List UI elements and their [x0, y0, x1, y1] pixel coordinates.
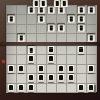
shogi-piece-pawn[interactable]	[88, 34, 95, 41]
shogi-piece-knight[interactable]	[18, 84, 25, 92]
piece-kanji-glyph	[49, 26, 52, 31]
piece-kanji-glyph	[59, 26, 62, 31]
piece-kanji-glyph	[29, 85, 32, 90]
piece-kanji-glyph	[39, 7, 42, 12]
shogi-piece-gold[interactable]	[48, 74, 55, 82]
piece-kanji-glyph	[19, 66, 22, 71]
shogi-piece-silver[interactable]	[38, 74, 45, 82]
shogi-piece-bishop[interactable]	[48, 46, 55, 54]
shogi-piece-lance[interactable]	[88, 6, 95, 13]
shogi-piece-lance[interactable]	[8, 84, 15, 92]
shogi-piece-pawn[interactable]	[18, 34, 25, 41]
piece-kanji-glyph	[79, 7, 82, 12]
shogi-piece-rook[interactable]	[68, 15, 75, 22]
shogi-piece-rook[interactable]	[28, 84, 35, 92]
shogi-piece-silver[interactable]	[78, 84, 85, 92]
piece-kanji-glyph	[79, 85, 82, 90]
shogi-piece-pawn[interactable]	[18, 65, 25, 73]
piece-kanji-glyph	[39, 16, 42, 21]
shogi-piece-pawn[interactable]	[28, 46, 35, 54]
shogi-piece-pawn[interactable]	[38, 65, 45, 73]
piece-kanji-glyph	[29, 75, 32, 80]
grid-file-line	[96, 5, 97, 92]
piece-kanji-glyph	[39, 66, 42, 71]
piece-kanji-glyph	[9, 85, 12, 90]
piece-kanji-glyph	[9, 16, 12, 21]
piece-kanji-glyph	[59, 66, 62, 71]
piece-kanji-glyph	[39, 75, 42, 80]
piece-kanji-glyph	[29, 48, 32, 53]
piece-kanji-glyph	[41, 1, 44, 6]
shogi-piece-gold[interactable]	[78, 6, 85, 13]
shogi-piece-knight[interactable]	[78, 15, 85, 22]
piece-kanji-glyph	[49, 7, 52, 12]
piece-kanji-glyph	[89, 35, 92, 40]
piece-kanji-glyph	[59, 7, 62, 12]
piece-kanji-glyph	[62, 1, 65, 6]
piece-kanji-glyph	[69, 75, 72, 80]
shogi-piece-knight[interactable]	[68, 74, 75, 82]
shogi-piece-gold[interactable]	[28, 74, 35, 82]
shogi-piece-lance[interactable]	[88, 84, 95, 92]
shogi-piece-pawn[interactable]	[58, 65, 65, 73]
shogi-piece-pawn[interactable]	[78, 46, 85, 54]
shogi-piece-king[interactable]	[58, 74, 65, 82]
shogi-piece-silver[interactable]	[58, 24, 65, 31]
shogi-piece-pawn[interactable]	[48, 24, 55, 31]
board-hinge	[0, 42, 100, 45]
piece-kanji-glyph	[89, 66, 92, 71]
shogi-piece-pawn[interactable]	[78, 24, 85, 31]
piece-kanji-glyph	[69, 66, 72, 71]
piece-kanji-glyph	[89, 85, 92, 90]
shogi-piece-bishop[interactable]	[38, 15, 45, 22]
piece-kanji-glyph	[29, 7, 32, 12]
piece-kanji-glyph	[19, 85, 22, 90]
grid-rank-line	[6, 92, 96, 93]
red-marker-dot	[2, 60, 5, 63]
piece-kanji-glyph	[69, 16, 72, 21]
photo-background	[0, 0, 100, 100]
shogi-piece-pawn[interactable]	[8, 65, 15, 73]
piece-kanji-glyph	[59, 75, 62, 80]
piece-kanji-glyph	[49, 56, 52, 61]
shogi-piece-pawn-in-hand[interactable]	[33, 0, 40, 7]
shogi-piece-pawn-in-hand[interactable]	[54, 0, 61, 7]
shogi-piece-pawn-in-hand[interactable]	[40, 0, 47, 7]
piece-kanji-glyph	[56, 1, 59, 6]
piece-kanji-glyph	[49, 75, 52, 80]
shogi-piece-lance[interactable]	[8, 15, 15, 22]
piece-kanji-glyph	[49, 47, 52, 52]
piece-kanji-glyph	[19, 35, 22, 40]
shogi-piece-pawn[interactable]	[28, 55, 35, 63]
shogi-piece-pawn[interactable]	[68, 65, 75, 73]
piece-kanji-glyph	[79, 26, 82, 31]
piece-kanji-glyph	[9, 66, 12, 71]
piece-kanji-glyph	[79, 47, 82, 52]
piece-kanji-glyph	[79, 16, 82, 21]
shogi-piece-pawn[interactable]	[88, 65, 95, 73]
piece-kanji-glyph	[89, 7, 92, 12]
piece-kanji-glyph	[35, 1, 38, 6]
shogi-piece-pawn-in-hand[interactable]	[61, 0, 68, 7]
shogi-piece-pawn[interactable]	[48, 55, 55, 63]
piece-kanji-glyph	[29, 56, 32, 61]
